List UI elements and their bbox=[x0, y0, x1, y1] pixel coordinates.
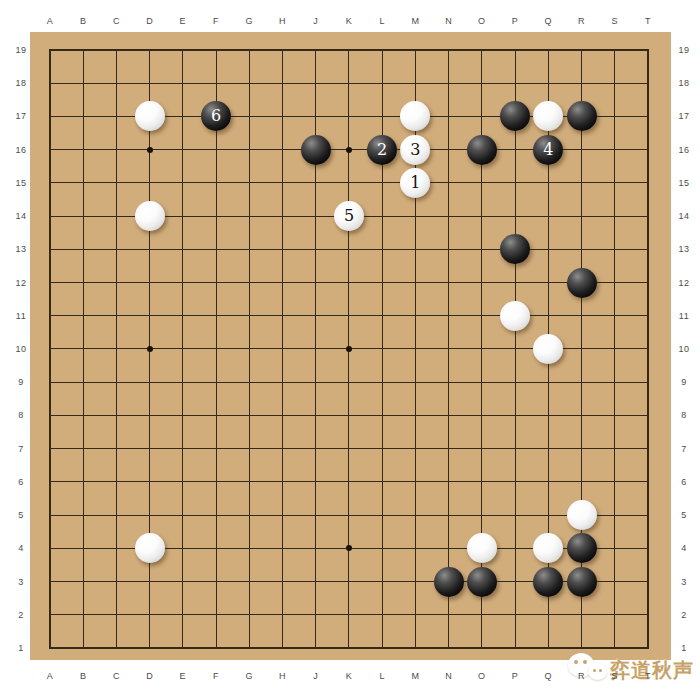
stone-white-R5 bbox=[567, 500, 597, 530]
row-label-right-15: 15 bbox=[671, 177, 697, 189]
row-label-right-11: 11 bbox=[671, 310, 697, 322]
column-label-bottom-T: T bbox=[635, 670, 661, 682]
wechat-icon-eye bbox=[583, 660, 587, 664]
stone-black-O16 bbox=[467, 135, 497, 165]
row-label-right-6: 6 bbox=[671, 476, 697, 488]
column-label-bottom-N: N bbox=[436, 670, 462, 682]
grid-line-vertical bbox=[614, 49, 615, 649]
column-label-top-Q: Q bbox=[535, 15, 561, 27]
row-label-right-16: 16 bbox=[671, 144, 697, 156]
stone-white-M16: 3 bbox=[400, 135, 430, 165]
stone-white-O4 bbox=[467, 533, 497, 563]
column-label-bottom-H: H bbox=[270, 670, 296, 682]
column-label-top-O: O bbox=[469, 15, 495, 27]
column-label-bottom-P: P bbox=[502, 670, 528, 682]
column-label-bottom-D: D bbox=[137, 670, 163, 682]
page: 弈道秋声 AABBCCDDEEFFGGHHJJKKLLMMNNOOPPQQRRS… bbox=[0, 0, 700, 700]
row-label-left-1: 1 bbox=[8, 642, 34, 654]
row-label-left-18: 18 bbox=[8, 77, 34, 89]
row-label-left-15: 15 bbox=[8, 177, 34, 189]
grid-line-vertical bbox=[647, 49, 649, 649]
stone-black-O3 bbox=[467, 567, 497, 597]
row-label-right-5: 5 bbox=[671, 509, 697, 521]
column-label-top-P: P bbox=[502, 15, 528, 27]
star-point-D16 bbox=[147, 147, 153, 153]
row-label-right-9: 9 bbox=[671, 376, 697, 388]
column-label-top-S: S bbox=[602, 15, 628, 27]
column-label-bottom-J: J bbox=[303, 670, 329, 682]
stone-white-P11 bbox=[500, 301, 530, 331]
column-label-bottom-M: M bbox=[402, 670, 428, 682]
row-label-right-14: 14 bbox=[671, 210, 697, 222]
row-label-left-2: 2 bbox=[8, 609, 34, 621]
column-label-top-H: H bbox=[270, 15, 296, 27]
column-label-bottom-F: F bbox=[203, 670, 229, 682]
row-label-left-6: 6 bbox=[8, 476, 34, 488]
stone-white-D17 bbox=[135, 101, 165, 131]
row-label-right-13: 13 bbox=[671, 243, 697, 255]
row-label-right-1: 1 bbox=[671, 642, 697, 654]
row-label-left-8: 8 bbox=[8, 409, 34, 421]
stone-black-R4 bbox=[567, 533, 597, 563]
column-label-top-E: E bbox=[170, 15, 196, 27]
row-label-right-12: 12 bbox=[671, 277, 697, 289]
stone-black-R12 bbox=[567, 268, 597, 298]
column-label-top-A: A bbox=[37, 15, 63, 27]
column-label-bottom-G: G bbox=[236, 670, 262, 682]
column-label-top-M: M bbox=[402, 15, 428, 27]
column-label-top-G: G bbox=[236, 15, 262, 27]
star-point-D10 bbox=[147, 346, 153, 352]
move-number-3: 3 bbox=[410, 142, 420, 158]
column-label-top-T: T bbox=[635, 15, 661, 27]
row-label-right-10: 10 bbox=[671, 343, 697, 355]
grid-line-horizontal bbox=[49, 614, 649, 615]
row-label-left-7: 7 bbox=[8, 443, 34, 455]
column-label-top-C: C bbox=[103, 15, 129, 27]
row-label-left-14: 14 bbox=[8, 210, 34, 222]
row-label-left-3: 3 bbox=[8, 576, 34, 588]
row-label-left-12: 12 bbox=[8, 277, 34, 289]
column-label-bottom-C: C bbox=[103, 670, 129, 682]
grid-line-vertical bbox=[448, 49, 449, 649]
row-label-right-19: 19 bbox=[671, 44, 697, 56]
stone-black-L16: 2 bbox=[367, 135, 397, 165]
column-label-top-B: B bbox=[70, 15, 96, 27]
move-number-6: 6 bbox=[211, 108, 221, 124]
row-label-left-13: 13 bbox=[8, 243, 34, 255]
stone-white-D4 bbox=[135, 533, 165, 563]
move-number-1: 1 bbox=[410, 175, 420, 191]
row-label-left-11: 11 bbox=[8, 310, 34, 322]
row-label-left-19: 19 bbox=[8, 44, 34, 56]
stone-black-Q3 bbox=[533, 567, 563, 597]
column-label-bottom-L: L bbox=[369, 670, 395, 682]
row-label-left-10: 10 bbox=[8, 343, 34, 355]
row-label-right-2: 2 bbox=[671, 609, 697, 621]
column-label-top-L: L bbox=[369, 15, 395, 27]
column-label-top-N: N bbox=[436, 15, 462, 27]
column-label-top-R: R bbox=[569, 15, 595, 27]
stone-black-R3 bbox=[567, 567, 597, 597]
column-label-bottom-K: K bbox=[336, 670, 362, 682]
stone-black-N3 bbox=[434, 567, 464, 597]
column-label-top-K: K bbox=[336, 15, 362, 27]
grid-line-vertical bbox=[515, 49, 516, 649]
row-label-left-5: 5 bbox=[8, 509, 34, 521]
grid-line-horizontal bbox=[49, 382, 649, 383]
star-point-K10 bbox=[346, 346, 352, 352]
move-number-5: 5 bbox=[344, 208, 354, 224]
star-point-K16 bbox=[346, 147, 352, 153]
column-label-top-D: D bbox=[137, 15, 163, 27]
column-label-bottom-R: R bbox=[569, 670, 595, 682]
column-label-top-F: F bbox=[203, 15, 229, 27]
grid-line-horizontal bbox=[49, 415, 649, 416]
column-label-bottom-A: A bbox=[37, 670, 63, 682]
move-number-4: 4 bbox=[543, 142, 553, 158]
row-label-left-16: 16 bbox=[8, 144, 34, 156]
grid-line-horizontal bbox=[49, 481, 649, 482]
column-label-bottom-B: B bbox=[70, 670, 96, 682]
row-label-right-8: 8 bbox=[671, 409, 697, 421]
column-label-bottom-O: O bbox=[469, 670, 495, 682]
grid-line-horizontal bbox=[49, 515, 649, 516]
stone-black-J16 bbox=[301, 135, 331, 165]
column-label-bottom-S: S bbox=[602, 670, 628, 682]
column-label-top-J: J bbox=[303, 15, 329, 27]
stone-white-K14: 5 bbox=[334, 201, 364, 231]
row-label-right-3: 3 bbox=[671, 576, 697, 588]
row-label-right-7: 7 bbox=[671, 443, 697, 455]
row-label-left-4: 4 bbox=[8, 542, 34, 554]
row-label-right-17: 17 bbox=[671, 110, 697, 122]
column-label-bottom-Q: Q bbox=[535, 670, 561, 682]
move-number-2: 2 bbox=[377, 142, 387, 158]
row-label-right-18: 18 bbox=[671, 77, 697, 89]
wechat-icon-eye bbox=[574, 660, 578, 664]
stone-white-D14 bbox=[135, 201, 165, 231]
stone-black-R17 bbox=[567, 101, 597, 131]
row-label-left-9: 9 bbox=[8, 376, 34, 388]
grid-line-horizontal bbox=[49, 647, 649, 649]
grid-line-horizontal bbox=[49, 448, 649, 449]
stone-black-Q16: 4 bbox=[533, 135, 563, 165]
row-label-left-17: 17 bbox=[8, 110, 34, 122]
column-label-bottom-E: E bbox=[170, 670, 196, 682]
row-label-right-4: 4 bbox=[671, 542, 697, 554]
